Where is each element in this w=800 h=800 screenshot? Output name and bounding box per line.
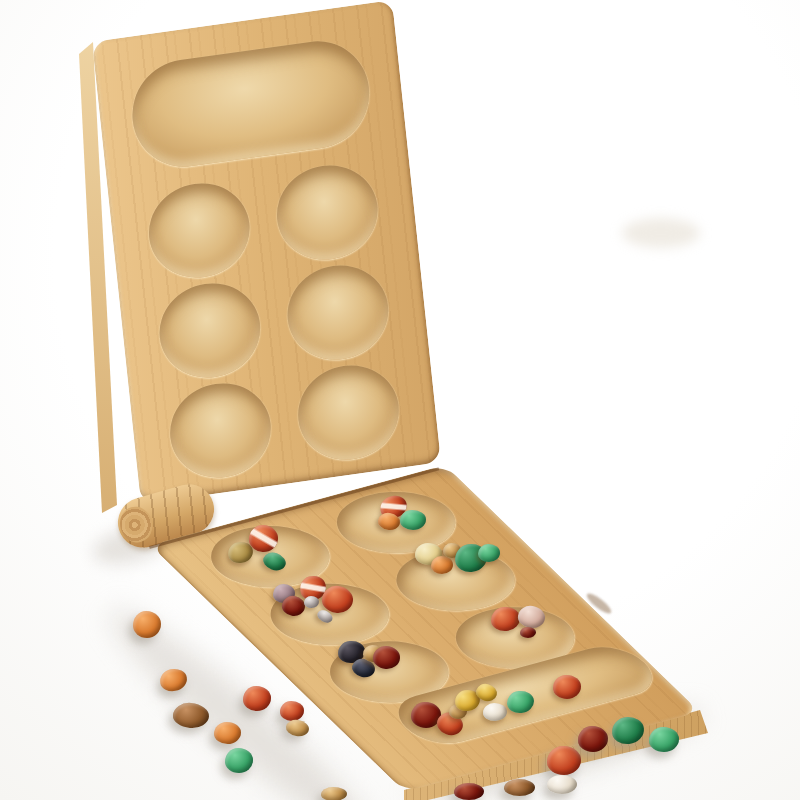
gem-stone-carnelian: [553, 675, 581, 699]
gem-stone-maroon: [454, 783, 484, 800]
gem-stone-carnelian: [547, 746, 581, 775]
gem-stone-carnelian: [490, 606, 521, 632]
gem-stone-maroon: [578, 726, 608, 752]
gem-stone-orange: [133, 611, 161, 638]
gem-stone-brown: [172, 701, 210, 729]
gem-stone-white: [483, 703, 507, 721]
gem-stone-carnelian: [280, 701, 304, 721]
gem-stone-orange: [214, 722, 241, 744]
gem-stone-jade: [649, 727, 679, 752]
gem-stone-amber: [321, 787, 347, 800]
stones-layer: [0, 0, 800, 800]
gem-stone-amber: [284, 718, 309, 738]
gem-stone-white: [547, 775, 577, 794]
gem-stone-dark_jade: [260, 549, 287, 573]
gem-stone-orange: [158, 667, 188, 693]
gem-stone-jade: [478, 544, 500, 562]
gem-stone-maroon: [520, 627, 536, 638]
gem-stone-jade: [506, 690, 535, 714]
gem-stone-dark_jade: [611, 715, 645, 745]
gem-stone-orange: [431, 556, 453, 574]
gem-stone-brown: [504, 779, 535, 796]
gem-stone-carnelian: [243, 686, 271, 711]
gem-stone-jade: [400, 510, 426, 530]
gem-stone-jade: [225, 748, 253, 773]
gem-stone-silver: [304, 596, 319, 608]
